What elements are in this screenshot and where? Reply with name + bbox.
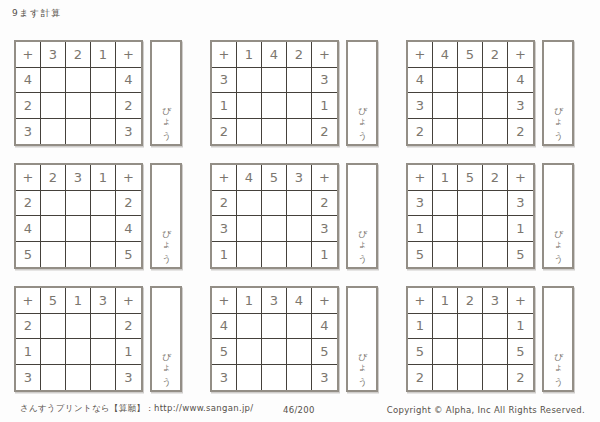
addend-cell: 5 xyxy=(508,339,533,365)
answer-cell xyxy=(237,314,262,340)
answer-cell xyxy=(433,191,458,217)
operator-cell: + xyxy=(508,288,533,314)
addend-cell: 3 xyxy=(287,165,312,191)
answer-cell xyxy=(237,93,262,119)
answer-cell xyxy=(483,242,508,268)
answer-cell xyxy=(237,191,262,217)
answer-cell xyxy=(91,365,116,391)
answer-cell xyxy=(262,68,287,94)
addition-grid: +452+443322 xyxy=(406,40,535,146)
answer-cell xyxy=(458,216,483,242)
answer-cell xyxy=(262,339,287,365)
answer-cell xyxy=(287,191,312,217)
addend-cell: 4 xyxy=(312,314,337,340)
addend-cell: 4 xyxy=(287,288,312,314)
addend-cell: 5 xyxy=(212,339,237,365)
addend-cell: 2 xyxy=(116,191,141,217)
addend-cell: 2 xyxy=(16,93,41,119)
operator-cell: + xyxy=(16,165,41,191)
addend-cell: 1 xyxy=(66,288,91,314)
operator-cell: + xyxy=(116,165,141,191)
operator-cell: + xyxy=(408,165,433,191)
answer-cell xyxy=(483,191,508,217)
addend-cell: 3 xyxy=(41,42,66,68)
answer-cell xyxy=(41,365,66,391)
addend-cell: 5 xyxy=(408,242,433,268)
answer-cell xyxy=(287,119,312,145)
answer-cell xyxy=(262,191,287,217)
timer-box: びょう xyxy=(542,40,574,146)
addend-cell: 1 xyxy=(508,314,533,340)
addend-cell: 5 xyxy=(508,242,533,268)
addend-cell: 5 xyxy=(458,165,483,191)
addend-cell: 1 xyxy=(16,339,41,365)
addend-cell: 4 xyxy=(237,165,262,191)
answer-cell xyxy=(237,365,262,391)
operator-cell: + xyxy=(212,42,237,68)
addend-cell: 2 xyxy=(483,42,508,68)
addend-cell: 1 xyxy=(433,288,458,314)
timer-box: びょう xyxy=(150,40,182,146)
addend-cell: 2 xyxy=(508,119,533,145)
addend-cell: 1 xyxy=(116,339,141,365)
operator-cell: + xyxy=(16,288,41,314)
page-title: 9ます計算 xyxy=(12,7,62,20)
addend-cell: 1 xyxy=(237,42,262,68)
answer-cell xyxy=(483,365,508,391)
addend-cell: 1 xyxy=(312,242,337,268)
addend-cell: 2 xyxy=(212,191,237,217)
footer-site-link: さんすうプリントなら【算願】：http://www.sangan.jp/ xyxy=(20,403,253,415)
timer-box: びょう xyxy=(150,286,182,392)
answer-cell xyxy=(91,314,116,340)
addend-cell: 4 xyxy=(408,68,433,94)
answer-cell xyxy=(458,242,483,268)
addend-cell: 2 xyxy=(312,119,337,145)
answer-cell xyxy=(237,119,262,145)
answer-cell xyxy=(483,119,508,145)
answer-cell xyxy=(458,314,483,340)
operator-cell: + xyxy=(312,165,337,191)
timer-seconds-label: びょう xyxy=(162,100,171,137)
puzzle-block: +142+331122びょう xyxy=(210,40,378,146)
answer-cell xyxy=(458,119,483,145)
addend-cell: 1 xyxy=(212,242,237,268)
timer-box: びょう xyxy=(346,40,378,146)
addend-cell: 3 xyxy=(508,191,533,217)
answer-cell xyxy=(66,93,91,119)
answer-cell xyxy=(41,216,66,242)
answer-cell xyxy=(66,242,91,268)
answer-cell xyxy=(433,339,458,365)
timer-seconds-label: びょう xyxy=(358,346,367,383)
addend-cell: 3 xyxy=(16,365,41,391)
answer-cell xyxy=(91,93,116,119)
addend-cell: 3 xyxy=(212,68,237,94)
addition-grid: +453+223311 xyxy=(210,163,339,269)
answer-cell xyxy=(483,93,508,119)
addend-cell: 5 xyxy=(458,42,483,68)
addend-cell: 4 xyxy=(262,42,287,68)
answer-cell xyxy=(91,216,116,242)
addend-cell: 3 xyxy=(212,216,237,242)
addition-grid: +134+445533 xyxy=(210,286,339,392)
answer-cell xyxy=(433,242,458,268)
operator-cell: + xyxy=(312,288,337,314)
answer-cell xyxy=(433,314,458,340)
answer-cell xyxy=(287,339,312,365)
addend-cell: 4 xyxy=(433,42,458,68)
addend-cell: 5 xyxy=(262,165,287,191)
addend-cell: 2 xyxy=(16,191,41,217)
addend-cell: 1 xyxy=(91,165,116,191)
answer-cell xyxy=(458,68,483,94)
addition-grid: +123+115522 xyxy=(406,286,535,392)
addend-cell: 3 xyxy=(116,119,141,145)
answer-cell xyxy=(41,314,66,340)
answer-cell xyxy=(287,68,312,94)
answer-cell xyxy=(458,93,483,119)
answer-cell xyxy=(91,119,116,145)
addition-grid: +142+331122 xyxy=(210,40,339,146)
addend-cell: 3 xyxy=(116,365,141,391)
answer-cell xyxy=(66,191,91,217)
answer-cell xyxy=(91,68,116,94)
addend-cell: 3 xyxy=(212,365,237,391)
puzzle-block: +123+115522びょう xyxy=(406,286,574,392)
timer-seconds-label: びょう xyxy=(554,100,563,137)
addend-cell: 3 xyxy=(508,93,533,119)
addend-cell: 1 xyxy=(237,288,262,314)
operator-cell: + xyxy=(408,288,433,314)
operator-cell: + xyxy=(16,42,41,68)
footer-copyright: Copyright © Alpha, Inc All Rights Reserv… xyxy=(387,405,585,415)
answer-cell xyxy=(433,93,458,119)
addend-cell: 2 xyxy=(287,42,312,68)
operator-cell: + xyxy=(408,42,433,68)
answer-cell xyxy=(262,242,287,268)
answer-cell xyxy=(287,242,312,268)
answer-cell xyxy=(41,119,66,145)
answer-cell xyxy=(262,365,287,391)
answer-cell xyxy=(262,93,287,119)
operator-cell: + xyxy=(116,42,141,68)
answer-cell xyxy=(483,68,508,94)
addend-cell: 1 xyxy=(212,93,237,119)
timer-seconds-label: びょう xyxy=(162,346,171,383)
answer-cell xyxy=(91,242,116,268)
operator-cell: + xyxy=(116,288,141,314)
puzzle-block: +152+331155びょう xyxy=(406,163,574,269)
addend-cell: 4 xyxy=(212,314,237,340)
timer-seconds-label: びょう xyxy=(554,223,563,260)
answer-cell xyxy=(41,191,66,217)
answer-cell xyxy=(41,93,66,119)
addend-cell: 4 xyxy=(16,216,41,242)
answer-cell xyxy=(458,365,483,391)
addend-cell: 2 xyxy=(458,288,483,314)
puzzle-block: +231+224455びょう xyxy=(14,163,182,269)
addend-cell: 2 xyxy=(16,314,41,340)
addend-cell: 1 xyxy=(312,93,337,119)
addend-cell: 2 xyxy=(408,365,433,391)
puzzle-block: +321+442233びょう xyxy=(14,40,182,146)
addend-cell: 1 xyxy=(433,165,458,191)
operator-cell: + xyxy=(508,165,533,191)
timer-box: びょう xyxy=(346,286,378,392)
addend-cell: 3 xyxy=(312,365,337,391)
addend-cell: 4 xyxy=(16,68,41,94)
timer-seconds-label: びょう xyxy=(358,223,367,260)
addend-cell: 4 xyxy=(116,216,141,242)
operator-cell: + xyxy=(212,288,237,314)
puzzle-block: +134+445533びょう xyxy=(210,286,378,392)
timer-seconds-label: びょう xyxy=(554,346,563,383)
timer-seconds-label: びょう xyxy=(358,100,367,137)
answer-cell xyxy=(237,68,262,94)
addend-cell: 4 xyxy=(116,68,141,94)
addend-cell: 1 xyxy=(508,216,533,242)
addend-cell: 2 xyxy=(212,119,237,145)
answer-cell xyxy=(287,314,312,340)
answer-cell xyxy=(433,68,458,94)
answer-cell xyxy=(262,216,287,242)
answer-cell xyxy=(458,339,483,365)
addend-cell: 4 xyxy=(508,68,533,94)
addend-cell: 3 xyxy=(408,191,433,217)
addend-cell: 3 xyxy=(312,68,337,94)
addend-cell: 3 xyxy=(312,216,337,242)
puzzle-block: +452+443322びょう xyxy=(406,40,574,146)
addend-cell: 3 xyxy=(408,93,433,119)
addend-cell: 2 xyxy=(483,165,508,191)
answer-cell xyxy=(483,314,508,340)
addend-cell: 5 xyxy=(116,242,141,268)
answer-cell xyxy=(433,216,458,242)
footer-page-number: 46/200 xyxy=(283,405,315,415)
answer-cell xyxy=(91,191,116,217)
answer-cell xyxy=(66,68,91,94)
timer-box: びょう xyxy=(150,163,182,269)
addition-grid: +152+331155 xyxy=(406,163,535,269)
addend-cell: 3 xyxy=(262,288,287,314)
answer-cell xyxy=(262,119,287,145)
addend-cell: 3 xyxy=(66,165,91,191)
answer-cell xyxy=(66,119,91,145)
puzzle-block: +453+223311びょう xyxy=(210,163,378,269)
answer-cell xyxy=(41,68,66,94)
answer-cell xyxy=(237,216,262,242)
answer-cell xyxy=(483,216,508,242)
puzzle-blocks-container: +321+442233びょう+142+331122びょう+452+443322び… xyxy=(14,40,574,392)
answer-cell xyxy=(287,365,312,391)
addend-cell: 2 xyxy=(41,165,66,191)
answer-cell xyxy=(41,339,66,365)
addend-cell: 5 xyxy=(312,339,337,365)
addend-cell: 1 xyxy=(408,216,433,242)
answer-cell xyxy=(237,242,262,268)
addend-cell: 3 xyxy=(16,119,41,145)
addend-cell: 2 xyxy=(66,42,91,68)
timer-box: びょう xyxy=(346,163,378,269)
addition-grid: +231+224455 xyxy=(14,163,143,269)
answer-cell xyxy=(458,191,483,217)
answer-cell xyxy=(91,339,116,365)
addend-cell: 2 xyxy=(508,365,533,391)
answer-cell xyxy=(66,216,91,242)
answer-cell xyxy=(287,93,312,119)
timer-seconds-label: びょう xyxy=(162,223,171,260)
answer-cell xyxy=(287,216,312,242)
answer-cell xyxy=(66,339,91,365)
operator-cell: + xyxy=(508,42,533,68)
addend-cell: 3 xyxy=(483,288,508,314)
addend-cell: 1 xyxy=(91,42,116,68)
addition-grid: +513+221133 xyxy=(14,286,143,392)
addend-cell: 5 xyxy=(408,339,433,365)
worksheet-page: 9ます計算 +321+442233びょう+142+331122びょう+452+4… xyxy=(0,0,600,422)
answer-cell xyxy=(66,314,91,340)
addend-cell: 2 xyxy=(312,191,337,217)
addition-grid: +321+442233 xyxy=(14,40,143,146)
answer-cell xyxy=(262,314,287,340)
operator-cell: + xyxy=(212,165,237,191)
answer-cell xyxy=(41,242,66,268)
addend-cell: 2 xyxy=(116,314,141,340)
answer-cell xyxy=(66,365,91,391)
answer-cell xyxy=(433,119,458,145)
addend-cell: 3 xyxy=(91,288,116,314)
timer-box: びょう xyxy=(542,286,574,392)
answer-cell xyxy=(237,339,262,365)
puzzle-block: +513+221133びょう xyxy=(14,286,182,392)
addend-cell: 2 xyxy=(408,119,433,145)
answer-cell xyxy=(483,339,508,365)
addend-cell: 5 xyxy=(41,288,66,314)
addend-cell: 5 xyxy=(16,242,41,268)
operator-cell: + xyxy=(312,42,337,68)
answer-cell xyxy=(433,365,458,391)
timer-box: びょう xyxy=(542,163,574,269)
addend-cell: 2 xyxy=(116,93,141,119)
addend-cell: 1 xyxy=(408,314,433,340)
